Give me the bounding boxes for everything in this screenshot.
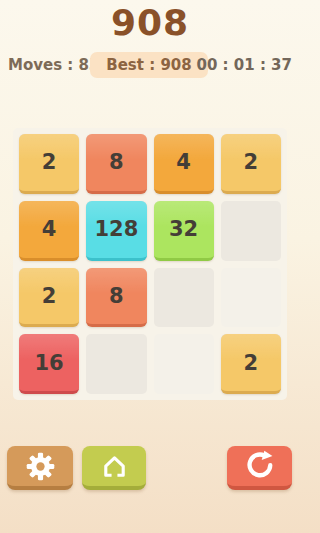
tile-8: 8 [86,134,146,194]
cell-r3c2: 8 [86,268,146,328]
stats-row: Moves : 83 Best : 908 00 : 01 : 37 [0,52,300,78]
game-timer: 00 : 01 : 37 [196,52,292,78]
settings-button[interactable] [7,446,73,490]
tile-2: 2 [19,268,79,328]
restart-button[interactable] [227,446,292,490]
cell-r4c2 [86,334,146,394]
board[interactable]: 284241283228162 [13,128,287,400]
restart-icon [244,450,276,482]
gear-icon [25,451,56,482]
cell-r2c4 [221,201,281,261]
tile-16: 16 [19,334,79,394]
cell-r1c4: 2 [221,134,281,194]
tile-32: 32 [154,201,214,261]
cell-r3c3 [154,268,214,328]
cell-r1c3: 4 [154,134,214,194]
cell-r4c4: 2 [221,334,281,394]
cell-r3c4 [221,268,281,328]
score-value: 908 [0,2,300,43]
cell-r3c1: 2 [19,268,79,328]
tile-2: 2 [221,334,281,394]
tile-4: 4 [19,201,79,261]
tile-8: 8 [86,268,146,328]
tile-2: 2 [221,134,281,194]
tile-128: 128 [86,201,146,261]
cell-r2c3: 32 [154,201,214,261]
best-score-badge: Best : 908 [90,52,208,78]
cell-r1c2: 8 [86,134,146,194]
cell-r2c2: 128 [86,201,146,261]
home-button[interactable] [82,446,146,490]
tile-4: 4 [154,134,214,194]
cell-r4c1: 16 [19,334,79,394]
home-icon [98,450,131,483]
cell-r4c3 [154,334,214,394]
moves-counter: Moves : 83 [8,52,99,78]
cell-r1c1: 2 [19,134,79,194]
tile-2: 2 [19,134,79,194]
cell-r2c1: 4 [19,201,79,261]
